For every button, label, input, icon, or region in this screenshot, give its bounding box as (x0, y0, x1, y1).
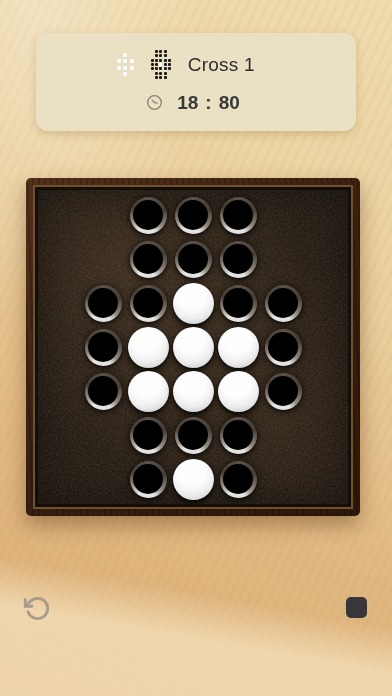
hole-r1c2[interactable] (130, 197, 167, 234)
hole-r2c4[interactable] (220, 241, 257, 278)
peg-dot (130, 59, 134, 63)
peg-dot (155, 76, 158, 79)
peg-dot (164, 54, 167, 57)
peg-dot (168, 67, 171, 70)
white-peg-r4c3[interactable] (173, 327, 214, 368)
peg-dot (159, 50, 162, 53)
hole-r6c3[interactable] (175, 417, 212, 454)
peg-dot (123, 53, 127, 57)
blank-dot (130, 53, 134, 57)
blank-dot (117, 72, 121, 76)
peg-dot (155, 54, 158, 57)
hole-r2c2[interactable] (130, 241, 167, 278)
peg-dot (164, 72, 167, 75)
hole-r3c4[interactable] (220, 285, 257, 322)
board-spacer (261, 193, 306, 237)
hole-r3c1[interactable] (85, 285, 122, 322)
stop-button[interactable] (345, 596, 367, 618)
peg-dot (155, 59, 158, 62)
timer-separator: : (205, 92, 211, 114)
hole-r4c5[interactable] (265, 329, 302, 366)
blank-dot (130, 72, 134, 76)
board-spacer (81, 237, 126, 281)
peg-dot (123, 59, 127, 63)
hole-r3c2[interactable] (130, 285, 167, 322)
hole-r2c3[interactable] (175, 241, 212, 278)
blank-dot (151, 72, 154, 75)
hole-r5c5[interactable] (265, 373, 302, 410)
peg-grid (81, 193, 306, 501)
title-row: Cross 1 (117, 50, 254, 79)
blank-dot (151, 76, 154, 79)
timer-left: 18 (177, 92, 198, 114)
peg-dot (151, 67, 154, 70)
hole-r7c2[interactable] (130, 461, 167, 498)
hole-r6c2[interactable] (130, 417, 167, 454)
peg-dot (155, 72, 158, 75)
blank-dot (168, 54, 171, 57)
hole-r1c4[interactable] (220, 197, 257, 234)
peg-dot (164, 67, 167, 70)
peg-dot (168, 59, 171, 62)
empty-hole-dot (159, 63, 162, 66)
undo-icon (23, 595, 50, 622)
board-spacer (81, 193, 126, 237)
goal-pattern-icon (117, 53, 133, 76)
board-surface (38, 190, 348, 504)
hole-r3c5[interactable] (265, 285, 302, 322)
white-peg-r5c2[interactable] (128, 371, 169, 412)
board-pattern-icon (151, 50, 171, 79)
peg-dot (117, 59, 121, 63)
clock-icon (146, 94, 163, 111)
white-peg-r4c4[interactable] (218, 327, 259, 368)
board-spacer (261, 237, 306, 281)
white-peg-r5c4[interactable] (218, 371, 259, 412)
hole-r1c3[interactable] (175, 197, 212, 234)
board-spacer (81, 413, 126, 457)
peg-dot (164, 50, 167, 53)
white-peg-r3c3[interactable] (173, 283, 214, 324)
board (26, 178, 360, 516)
blank-dot (168, 76, 171, 79)
blank-dot (168, 50, 171, 53)
peg-dot (164, 76, 167, 79)
level-title: Cross 1 (188, 54, 255, 76)
peg-dot (155, 67, 158, 70)
undo-button[interactable] (23, 595, 50, 622)
peg-dot (130, 66, 134, 70)
app-background: Cross 1 18 : 80 (0, 0, 392, 696)
peg-dot (123, 72, 127, 76)
white-peg-r5c3[interactable] (173, 371, 214, 412)
blank-dot (168, 72, 171, 75)
peg-dot (159, 67, 162, 70)
peg-dot (164, 59, 167, 62)
board-spacer (261, 413, 306, 457)
hole-r4c1[interactable] (85, 329, 122, 366)
hole-r5c1[interactable] (85, 373, 122, 410)
board-spacer (261, 457, 306, 501)
peg-dot (151, 63, 154, 66)
timer-right: 80 (219, 92, 240, 114)
peg-dot (159, 54, 162, 57)
peg-dot (159, 76, 162, 79)
peg-dot (151, 59, 154, 62)
peg-dot (164, 63, 167, 66)
blank-dot (151, 50, 154, 53)
timer-value: 18 : 80 (177, 92, 240, 114)
stop-icon (346, 597, 367, 618)
peg-dot (123, 66, 127, 70)
white-peg-r7c3[interactable] (173, 459, 214, 500)
board-spacer (81, 457, 126, 501)
peg-dot (117, 66, 121, 70)
peg-dot (168, 63, 171, 66)
white-peg-r4c2[interactable] (128, 327, 169, 368)
peg-dot (159, 59, 162, 62)
hole-r7c4[interactable] (220, 461, 257, 498)
blank-dot (151, 54, 154, 57)
peg-dot (155, 63, 158, 66)
level-info-card: Cross 1 18 : 80 (36, 33, 356, 131)
hole-r6c4[interactable] (220, 417, 257, 454)
blank-dot (117, 53, 121, 57)
timer-row: 18 : 80 (146, 92, 240, 114)
peg-dot (155, 50, 158, 53)
peg-dot (159, 72, 162, 75)
